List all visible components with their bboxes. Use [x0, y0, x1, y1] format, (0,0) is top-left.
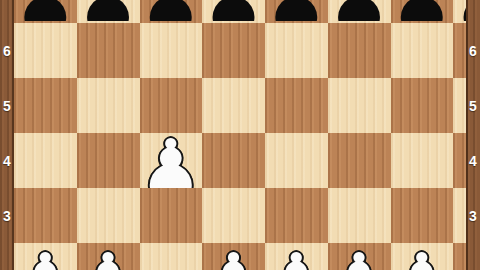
- square-c6[interactable]: [140, 23, 203, 78]
- square-e6[interactable]: [265, 23, 328, 78]
- square-c7[interactable]: ♟: [140, 0, 203, 23]
- square-e4[interactable]: [265, 133, 328, 188]
- black-pawn[interactable]: ♟: [77, 0, 140, 25]
- square-b3[interactable]: [77, 188, 140, 243]
- square-a3[interactable]: [14, 188, 77, 243]
- square-b7[interactable]: ♟: [77, 0, 140, 23]
- square-a7[interactable]: ♟: [14, 0, 77, 23]
- square-c3[interactable]: [140, 188, 203, 243]
- square-d3[interactable]: [202, 188, 265, 243]
- square-a6[interactable]: [14, 23, 77, 78]
- rank-label-right-6: 6: [466, 44, 480, 58]
- square-f5[interactable]: [328, 78, 391, 133]
- rank-label-right-5: 5: [466, 99, 480, 113]
- square-e3[interactable]: [265, 188, 328, 243]
- square-b5[interactable]: [77, 78, 140, 133]
- square-f6[interactable]: [328, 23, 391, 78]
- square-d6[interactable]: [202, 23, 265, 78]
- black-pawn[interactable]: ♟: [328, 0, 391, 25]
- board-frame-left: 6543: [0, 0, 14, 270]
- square-b2[interactable]: ♟: [77, 243, 140, 270]
- rank-label-right-3: 3: [466, 209, 480, 223]
- square-f3[interactable]: [328, 188, 391, 243]
- square-f7[interactable]: ♟: [328, 0, 391, 23]
- square-c4[interactable]: ♟: [140, 133, 203, 188]
- square-d7[interactable]: ♟: [202, 0, 265, 23]
- square-b4[interactable]: [77, 133, 140, 188]
- square-f4[interactable]: [328, 133, 391, 188]
- square-a5[interactable]: [14, 78, 77, 133]
- board-squares: ♟♟♟♟♟♟♟♟♟♟♟♟♟♟♟♟: [14, 0, 466, 270]
- rank-label-left-5: 5: [0, 99, 14, 113]
- black-pawn[interactable]: ♟: [202, 0, 265, 25]
- square-b6[interactable]: [77, 23, 140, 78]
- white-pawn[interactable]: ♟: [14, 252, 77, 270]
- white-pawn[interactable]: ♟: [77, 252, 140, 270]
- white-pawn[interactable]: ♟: [202, 252, 265, 270]
- square-g2[interactable]: ♟: [391, 243, 454, 270]
- square-d2[interactable]: ♟: [202, 243, 265, 270]
- white-pawn[interactable]: ♟: [391, 252, 454, 270]
- square-a4[interactable]: [14, 133, 77, 188]
- square-d5[interactable]: [202, 78, 265, 133]
- rank-label-left-3: 3: [0, 209, 14, 223]
- square-g5[interactable]: [391, 78, 454, 133]
- black-pawn[interactable]: ♟: [391, 0, 454, 25]
- square-f2[interactable]: ♟: [328, 243, 391, 270]
- white-pawn[interactable]: ♟: [140, 138, 203, 193]
- black-pawn[interactable]: ♟: [265, 0, 328, 25]
- square-g6[interactable]: [391, 23, 454, 78]
- chess-board: ♟♟♟♟♟♟♟♟♟♟♟♟♟♟♟♟ 6543 6543: [0, 0, 480, 270]
- square-c2[interactable]: [140, 243, 203, 270]
- rank-label-right-4: 4: [466, 154, 480, 168]
- square-e2[interactable]: ♟: [265, 243, 328, 270]
- board-frame-right: 6543: [466, 0, 480, 270]
- black-pawn[interactable]: ♟: [14, 0, 77, 25]
- rank-label-left-4: 4: [0, 154, 14, 168]
- square-g7[interactable]: ♟: [391, 0, 454, 23]
- square-d4[interactable]: [202, 133, 265, 188]
- square-g4[interactable]: [391, 133, 454, 188]
- white-pawn[interactable]: ♟: [265, 252, 328, 270]
- rank-label-left-6: 6: [0, 44, 14, 58]
- square-g3[interactable]: [391, 188, 454, 243]
- square-e5[interactable]: [265, 78, 328, 133]
- white-pawn[interactable]: ♟: [328, 252, 391, 270]
- square-a2[interactable]: ♟: [14, 243, 77, 270]
- black-pawn[interactable]: ♟: [140, 0, 203, 25]
- square-e7[interactable]: ♟: [265, 0, 328, 23]
